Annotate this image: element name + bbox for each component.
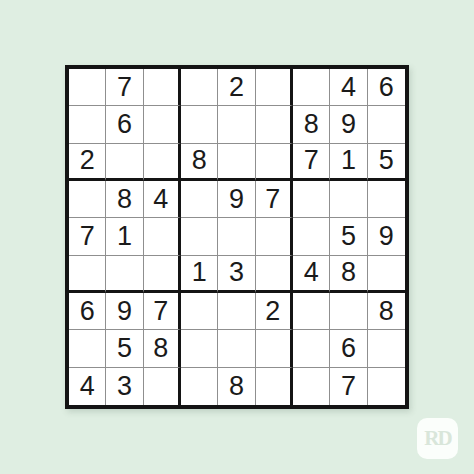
cell-r7c6: 2 bbox=[256, 293, 293, 330]
cell-r2c9[interactable] bbox=[368, 106, 405, 143]
cell-r6c8: 8 bbox=[330, 256, 367, 293]
cell-r5c7[interactable] bbox=[293, 218, 330, 255]
cell-r5c6[interactable] bbox=[256, 218, 293, 255]
cell-r8c8: 6 bbox=[330, 330, 367, 367]
cell-r9c9[interactable] bbox=[368, 368, 405, 405]
cell-r6c1[interactable] bbox=[69, 256, 106, 293]
cell-r6c9[interactable] bbox=[368, 256, 405, 293]
cell-r5c5[interactable] bbox=[218, 218, 255, 255]
cell-r5c4[interactable] bbox=[181, 218, 218, 255]
cell-r1c6[interactable] bbox=[256, 69, 293, 106]
cell-r5c2: 1 bbox=[106, 218, 143, 255]
cell-r1c1[interactable] bbox=[69, 69, 106, 106]
cell-r9c5: 8 bbox=[218, 368, 255, 405]
cell-r8c3: 8 bbox=[144, 330, 181, 367]
cell-r4c1[interactable] bbox=[69, 181, 106, 218]
cell-r4c3: 4 bbox=[144, 181, 181, 218]
cell-r2c7: 8 bbox=[293, 106, 330, 143]
cell-r9c8: 7 bbox=[330, 368, 367, 405]
cell-r3c8: 1 bbox=[330, 144, 367, 181]
cell-r8c6[interactable] bbox=[256, 330, 293, 367]
cell-r1c7[interactable] bbox=[293, 69, 330, 106]
cell-r4c7[interactable] bbox=[293, 181, 330, 218]
cell-r3c3[interactable] bbox=[144, 144, 181, 181]
cell-r3c7: 7 bbox=[293, 144, 330, 181]
cell-r7c5[interactable] bbox=[218, 293, 255, 330]
sudoku-board: 724668928715849771591348697285864387 bbox=[65, 65, 409, 409]
cell-r8c5[interactable] bbox=[218, 330, 255, 367]
cell-r9c7[interactable] bbox=[293, 368, 330, 405]
cell-r9c1: 4 bbox=[69, 368, 106, 405]
cell-r6c4: 1 bbox=[181, 256, 218, 293]
cell-r6c2[interactable] bbox=[106, 256, 143, 293]
cell-r2c2: 6 bbox=[106, 106, 143, 143]
cell-r3c1: 2 bbox=[69, 144, 106, 181]
cell-r2c8: 9 bbox=[330, 106, 367, 143]
cell-r9c4[interactable] bbox=[181, 368, 218, 405]
cell-r9c2: 3 bbox=[106, 368, 143, 405]
cell-r1c8: 4 bbox=[330, 69, 367, 106]
cell-r1c5: 2 bbox=[218, 69, 255, 106]
rd-logo-badge: RD bbox=[417, 418, 458, 459]
cell-r3c2[interactable] bbox=[106, 144, 143, 181]
rd-logo-text: RD bbox=[424, 426, 450, 451]
cell-r1c9: 6 bbox=[368, 69, 405, 106]
cell-r5c3[interactable] bbox=[144, 218, 181, 255]
cell-r2c4[interactable] bbox=[181, 106, 218, 143]
cell-r3c4: 8 bbox=[181, 144, 218, 181]
cell-r6c7: 4 bbox=[293, 256, 330, 293]
cell-r1c3[interactable] bbox=[144, 69, 181, 106]
cell-r4c9[interactable] bbox=[368, 181, 405, 218]
cell-r8c2: 5 bbox=[106, 330, 143, 367]
cell-r4c6: 7 bbox=[256, 181, 293, 218]
cell-r3c5[interactable] bbox=[218, 144, 255, 181]
cell-r7c2: 9 bbox=[106, 293, 143, 330]
cell-r1c2: 7 bbox=[106, 69, 143, 106]
cell-r4c4[interactable] bbox=[181, 181, 218, 218]
cell-r4c5: 9 bbox=[218, 181, 255, 218]
cell-r7c3: 7 bbox=[144, 293, 181, 330]
cell-r6c6[interactable] bbox=[256, 256, 293, 293]
cell-r7c1: 6 bbox=[69, 293, 106, 330]
cell-r6c3[interactable] bbox=[144, 256, 181, 293]
cell-r3c6[interactable] bbox=[256, 144, 293, 181]
cell-r8c4[interactable] bbox=[181, 330, 218, 367]
cell-r2c5[interactable] bbox=[218, 106, 255, 143]
cell-r8c1[interactable] bbox=[69, 330, 106, 367]
cell-r9c6[interactable] bbox=[256, 368, 293, 405]
cell-r8c9[interactable] bbox=[368, 330, 405, 367]
cell-r4c2: 8 bbox=[106, 181, 143, 218]
cell-r2c1[interactable] bbox=[69, 106, 106, 143]
cell-r5c8: 5 bbox=[330, 218, 367, 255]
cell-r3c9: 5 bbox=[368, 144, 405, 181]
cell-r4c8[interactable] bbox=[330, 181, 367, 218]
cell-r7c4[interactable] bbox=[181, 293, 218, 330]
cell-r8c7[interactable] bbox=[293, 330, 330, 367]
cell-r9c3[interactable] bbox=[144, 368, 181, 405]
cell-r6c5: 3 bbox=[218, 256, 255, 293]
cell-r2c3[interactable] bbox=[144, 106, 181, 143]
cell-r5c1: 7 bbox=[69, 218, 106, 255]
cell-r7c7[interactable] bbox=[293, 293, 330, 330]
cell-r2c6[interactable] bbox=[256, 106, 293, 143]
cell-r7c9: 8 bbox=[368, 293, 405, 330]
cell-r7c8[interactable] bbox=[330, 293, 367, 330]
cell-r1c4[interactable] bbox=[181, 69, 218, 106]
cell-r5c9: 9 bbox=[368, 218, 405, 255]
